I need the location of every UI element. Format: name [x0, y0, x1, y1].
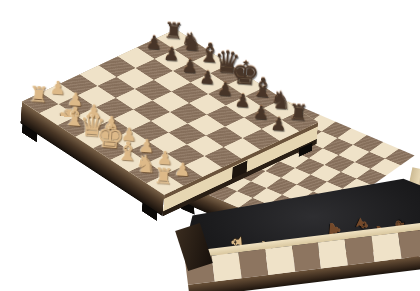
square-d4: [133, 100, 170, 121]
drawer-front-square: [345, 236, 375, 265]
square-h8: [385, 149, 415, 166]
drawer-finger-notch: [232, 160, 247, 178]
board-a-foot-west: [22, 124, 38, 143]
drawer-front-square: [398, 229, 420, 258]
drawer-front-square: [212, 252, 242, 281]
drawer-front-square: [265, 246, 295, 275]
drawer-front-square: [238, 249, 268, 278]
black-p-glyph: ♟: [261, 114, 296, 134]
drawer-front-square: [292, 243, 322, 272]
drawer-front-square: [318, 239, 348, 268]
drawer-front-square: [372, 233, 402, 262]
product-photo-chess-box-set: ♟♟♝♟♜♚♟♞♛♟♟♜♟♝♞♟♛♚♟♝♞♜ ♜♞♝♛♚♝♞♜♟♟♟♟♟♟♟♟♟…: [0, 0, 420, 291]
board-a-foot-south: [142, 202, 158, 221]
